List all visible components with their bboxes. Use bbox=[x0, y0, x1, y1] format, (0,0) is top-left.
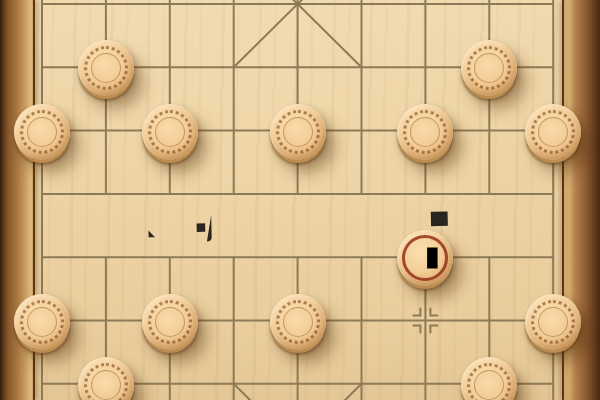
hidden-piece[interactable] bbox=[142, 104, 198, 160]
hidden-piece[interactable] bbox=[142, 294, 198, 350]
hidden-piece[interactable] bbox=[397, 104, 453, 160]
hidden-piece[interactable] bbox=[14, 104, 70, 160]
hidden-piece[interactable] bbox=[270, 104, 326, 160]
xiangqi-board bbox=[0, 0, 600, 400]
river-text-he bbox=[178, 209, 223, 247]
xiang-character bbox=[410, 243, 440, 273]
hidden-piece[interactable] bbox=[525, 294, 581, 350]
hidden-piece[interactable] bbox=[525, 104, 581, 160]
hidden-piece[interactable] bbox=[78, 40, 134, 96]
river-text-chu bbox=[129, 208, 176, 249]
hidden-piece[interactable] bbox=[270, 294, 326, 350]
hidden-piece[interactable] bbox=[14, 294, 70, 350]
